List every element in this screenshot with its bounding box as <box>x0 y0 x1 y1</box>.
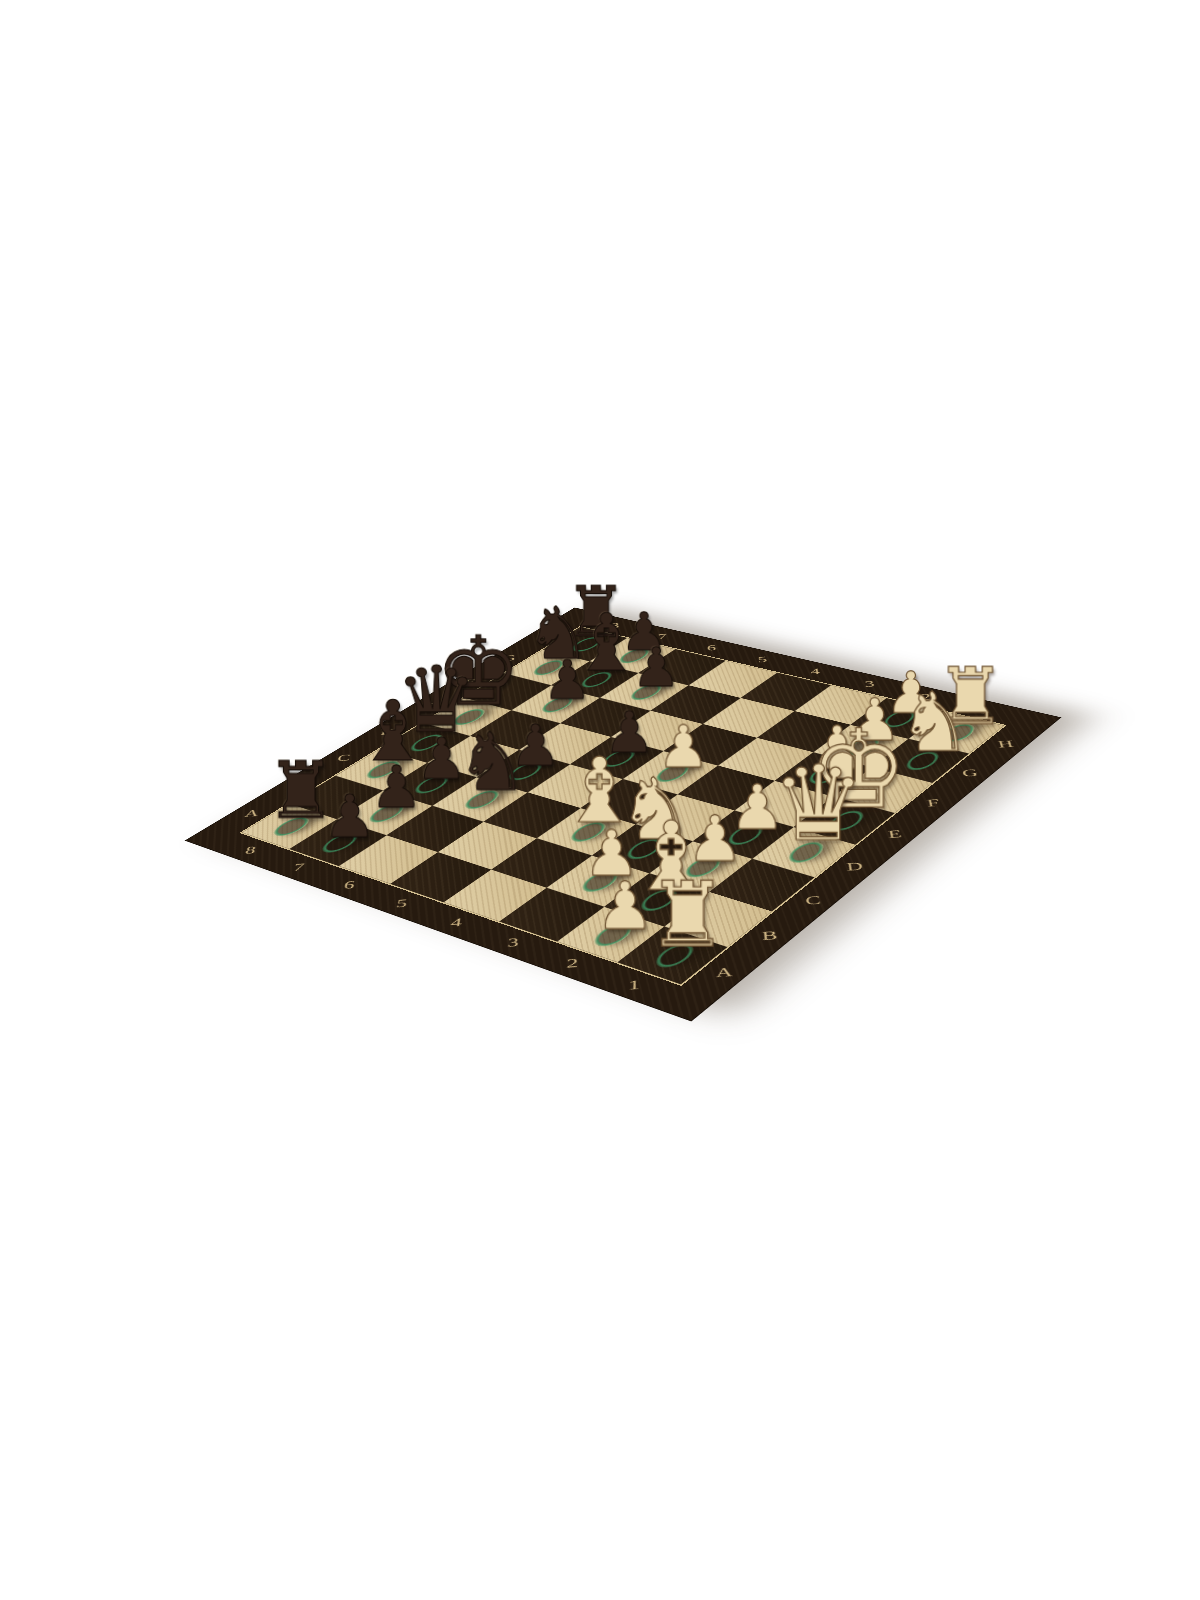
piece-black-pawn-f7[interactable]: ♟ <box>543 653 592 707</box>
playing-area: ♜♝♛♚♞♜♟♟♟♟♝♟♞♟♟♟♝♟♟♞♟♝♟♟♟♟♟♜♛♚♞♜ <box>239 626 1006 986</box>
photo-scene: ABCDEFGH ABCDEFGH 87654321 87654321 ♜♝♛♚… <box>0 0 1200 1600</box>
rank-label-5: 5 <box>748 645 776 673</box>
piece-white-queen-d1[interactable]: ♛ <box>772 752 865 856</box>
chess-board: ABCDEFGH ABCDEFGH 87654321 87654321 ♜♝♛♚… <box>186 608 1060 1021</box>
piece-white-knight-g1[interactable]: ♞ <box>898 682 971 764</box>
rank-label-4: 4 <box>800 657 830 686</box>
piece-black-pawn-b7[interactable]: ♟ <box>370 758 422 816</box>
piece-black-knight-c6[interactable]: ♞ <box>456 722 528 802</box>
piece-white-pawn-a2[interactable]: ♟ <box>596 873 655 939</box>
rank-label-5: 5 <box>383 883 420 923</box>
rank-label-8: 8 <box>602 612 627 638</box>
piece-white-rook-a1[interactable]: ♜ <box>647 870 728 960</box>
rank-label-7: 7 <box>280 849 318 886</box>
rank-label-7: 7 <box>650 623 675 650</box>
rank-label-6: 6 <box>698 634 725 662</box>
piece-black-pawn-a7[interactable]: ♟ <box>323 787 376 846</box>
